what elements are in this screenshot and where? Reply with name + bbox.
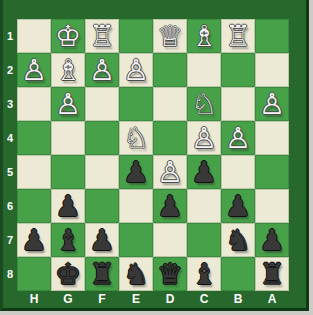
- black-pawn[interactable]: ♟: [191, 155, 217, 189]
- square-f2[interactable]: ♙: [85, 53, 119, 87]
- square-d1[interactable]: ♕: [153, 19, 187, 53]
- square-h7[interactable]: ♟: [17, 223, 51, 257]
- square-h1[interactable]: [17, 19, 51, 53]
- file-label-a: A: [255, 291, 289, 308]
- white-pawn[interactable]: ♙: [21, 53, 47, 87]
- square-c1[interactable]: ♗: [187, 19, 221, 53]
- square-a7[interactable]: ♟: [255, 223, 289, 257]
- square-g6[interactable]: ♟: [51, 189, 85, 223]
- white-rook[interactable]: ♖: [89, 19, 115, 53]
- square-e2[interactable]: ♙: [119, 53, 153, 87]
- square-f1[interactable]: ♖: [85, 19, 119, 53]
- square-e5[interactable]: ♟: [119, 155, 153, 189]
- white-rook[interactable]: ♖: [225, 19, 251, 53]
- square-e7[interactable]: [119, 223, 153, 257]
- white-pawn[interactable]: ♙: [55, 87, 81, 121]
- file-label-g: G: [51, 291, 85, 308]
- black-pawn[interactable]: ♟: [259, 223, 285, 257]
- black-bishop[interactable]: ♝: [191, 257, 217, 291]
- square-e1[interactable]: [119, 19, 153, 53]
- rank-label-7: 7: [3, 223, 17, 257]
- black-rook[interactable]: ♜: [259, 257, 285, 291]
- white-queen[interactable]: ♕: [157, 19, 183, 53]
- square-f7[interactable]: ♟: [85, 223, 119, 257]
- square-h6[interactable]: [17, 189, 51, 223]
- white-bishop[interactable]: ♗: [191, 19, 217, 53]
- square-d7[interactable]: [153, 223, 187, 257]
- black-pawn[interactable]: ♟: [225, 189, 251, 223]
- square-c6[interactable]: [187, 189, 221, 223]
- square-g2[interactable]: ♗: [51, 53, 85, 87]
- black-pawn[interactable]: ♟: [21, 223, 47, 257]
- square-g7[interactable]: ♝: [51, 223, 85, 257]
- rank-label-1: 1: [3, 19, 17, 53]
- square-d6[interactable]: ♟: [153, 189, 187, 223]
- square-d8[interactable]: ♛: [153, 257, 187, 291]
- square-g5[interactable]: [51, 155, 85, 189]
- square-b3[interactable]: [221, 87, 255, 121]
- square-e8[interactable]: ♞: [119, 257, 153, 291]
- square-h4[interactable]: [17, 121, 51, 155]
- square-g8[interactable]: ♚: [51, 257, 85, 291]
- square-e3[interactable]: [119, 87, 153, 121]
- file-label-b: B: [221, 291, 255, 308]
- rank-label-5: 5: [3, 155, 17, 189]
- square-c4[interactable]: ♙: [187, 121, 221, 155]
- file-label-e: E: [119, 291, 153, 308]
- square-c5[interactable]: ♟: [187, 155, 221, 189]
- white-pawn[interactable]: ♙: [123, 53, 149, 87]
- square-a3[interactable]: ♙: [255, 87, 289, 121]
- square-a6[interactable]: [255, 189, 289, 223]
- black-pawn[interactable]: ♟: [55, 189, 81, 223]
- rank-label-3: 3: [3, 87, 17, 121]
- black-pawn[interactable]: ♟: [89, 223, 115, 257]
- square-h8[interactable]: [17, 257, 51, 291]
- white-king[interactable]: ♔: [55, 19, 81, 53]
- black-king[interactable]: ♚: [55, 257, 81, 291]
- square-b2[interactable]: [221, 53, 255, 87]
- black-pawn[interactable]: ♟: [123, 155, 149, 189]
- file-label-c: C: [187, 291, 221, 308]
- square-d3[interactable]: [153, 87, 187, 121]
- square-b8[interactable]: [221, 257, 255, 291]
- square-b6[interactable]: ♟: [221, 189, 255, 223]
- square-a4[interactable]: [255, 121, 289, 155]
- file-label-d: D: [153, 291, 187, 308]
- file-label-f: F: [85, 291, 119, 308]
- square-b7[interactable]: ♞: [221, 223, 255, 257]
- white-knight[interactable]: ♘: [191, 87, 217, 121]
- square-e6[interactable]: [119, 189, 153, 223]
- square-c7[interactable]: [187, 223, 221, 257]
- square-g4[interactable]: [51, 121, 85, 155]
- square-b1[interactable]: ♖: [221, 19, 255, 53]
- square-f4[interactable]: [85, 121, 119, 155]
- white-knight[interactable]: ♘: [123, 121, 149, 155]
- white-pawn[interactable]: ♙: [225, 121, 251, 155]
- square-c2[interactable]: [187, 53, 221, 87]
- chess-board-widget: ♔♖♕♗♖♙♗♙♙♙♘♙♘♙♙♟♙♟♟♟♟♟♝♟♞♟♚♜♞♛♝♜ 1234567…: [0, 0, 309, 311]
- white-bishop[interactable]: ♗: [55, 53, 81, 87]
- rank-label-4: 4: [3, 121, 17, 155]
- black-pawn[interactable]: ♟: [157, 189, 183, 223]
- black-knight[interactable]: ♞: [225, 223, 251, 257]
- square-h2[interactable]: ♙: [17, 53, 51, 87]
- chess-board: ♔♖♕♗♖♙♗♙♙♙♘♙♘♙♙♟♙♟♟♟♟♟♝♟♞♟♚♜♞♛♝♜: [17, 19, 289, 291]
- square-f3[interactable]: [85, 87, 119, 121]
- black-queen[interactable]: ♛: [157, 257, 183, 291]
- black-knight[interactable]: ♞: [123, 257, 149, 291]
- square-e4[interactable]: ♘: [119, 121, 153, 155]
- square-a1[interactable]: [255, 19, 289, 53]
- rank-label-6: 6: [3, 189, 17, 223]
- black-bishop[interactable]: ♝: [55, 223, 81, 257]
- white-pawn[interactable]: ♙: [191, 121, 217, 155]
- white-pawn[interactable]: ♙: [259, 87, 285, 121]
- square-d5[interactable]: ♙: [153, 155, 187, 189]
- file-label-h: H: [17, 291, 51, 308]
- white-pawn[interactable]: ♙: [89, 53, 115, 87]
- square-c8[interactable]: ♝: [187, 257, 221, 291]
- square-d4[interactable]: [153, 121, 187, 155]
- square-h5[interactable]: [17, 155, 51, 189]
- white-pawn[interactable]: ♙: [157, 155, 183, 189]
- square-f8[interactable]: ♜: [85, 257, 119, 291]
- square-h3[interactable]: [17, 87, 51, 121]
- square-g3[interactable]: ♙: [51, 87, 85, 121]
- rank-label-8: 8: [3, 257, 17, 291]
- square-c3[interactable]: ♘: [187, 87, 221, 121]
- square-d2[interactable]: [153, 53, 187, 87]
- square-f5[interactable]: [85, 155, 119, 189]
- square-a8[interactable]: ♜: [255, 257, 289, 291]
- rank-label-2: 2: [3, 53, 17, 87]
- square-b5[interactable]: [221, 155, 255, 189]
- square-g1[interactable]: ♔: [51, 19, 85, 53]
- square-f6[interactable]: [85, 189, 119, 223]
- square-a2[interactable]: [255, 53, 289, 87]
- square-a5[interactable]: [255, 155, 289, 189]
- black-rook[interactable]: ♜: [89, 257, 115, 291]
- square-b4[interactable]: ♙: [221, 121, 255, 155]
